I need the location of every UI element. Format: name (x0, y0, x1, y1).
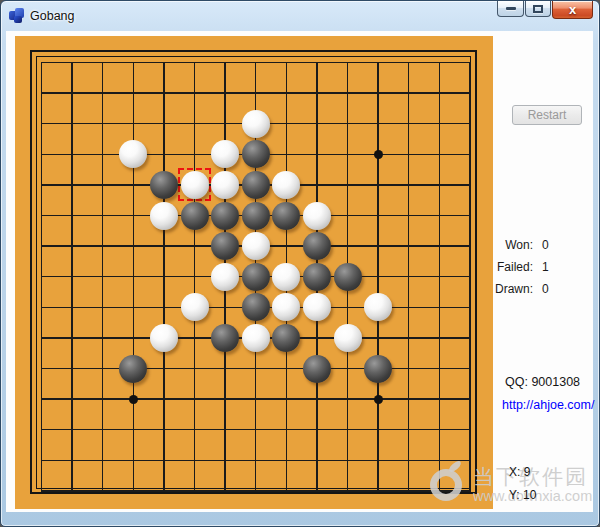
stone-black (150, 171, 178, 199)
stat-row-drawn: Drawn: 0 (466, 282, 558, 296)
stone-white (119, 140, 147, 168)
failed-label: Failed: (466, 260, 533, 274)
close-button[interactable]: x (552, 1, 593, 19)
stone-white (303, 202, 331, 230)
stone-white (181, 293, 209, 321)
drawn-label: Drawn: (466, 282, 533, 296)
grid-line-v (408, 62, 410, 492)
grid-line-v (439, 62, 441, 492)
stone-black (364, 355, 392, 383)
title-bar[interactable]: Gobang x (1, 1, 599, 31)
qq-contact: QQ: 9001308 (505, 375, 580, 389)
close-icon: x (569, 3, 576, 16)
failed-value: 1 (542, 260, 558, 274)
grid-line-v (469, 62, 471, 492)
stone-black (211, 202, 239, 230)
stone-black (242, 140, 270, 168)
stone-white (181, 171, 209, 199)
stone-black (303, 232, 331, 260)
stone-white (364, 293, 392, 321)
board-panel (15, 36, 493, 509)
stone-black (242, 293, 270, 321)
stone-black (242, 171, 270, 199)
won-value: 0 (542, 238, 558, 252)
stone-white (242, 232, 270, 260)
app-icon (9, 8, 25, 24)
cursor-x-readout: X: 9 (509, 465, 530, 479)
stone-black (303, 355, 331, 383)
stone-black (211, 232, 239, 260)
grid-line-h (41, 429, 471, 431)
stone-black (119, 355, 147, 383)
drawn-value: 0 (542, 282, 558, 296)
stone-white (303, 293, 331, 321)
stone-white (211, 140, 239, 168)
grid-line-v (377, 62, 379, 492)
star-point (374, 395, 383, 404)
author-link[interactable]: http://ahjoe.com/ (502, 398, 594, 412)
stone-white (272, 293, 300, 321)
grid-line-h (41, 398, 471, 400)
stat-row-failed: Failed: 1 (466, 260, 558, 274)
stone-white (211, 263, 239, 291)
app-window: Gobang x Restart Won: 0 Failed: 1 (0, 0, 600, 527)
client-area: Restart Won: 0 Failed: 1 Drawn: 0 QQ: 90… (6, 31, 593, 512)
stone-white (242, 110, 270, 138)
minimize-button[interactable] (497, 1, 524, 17)
stone-white (150, 324, 178, 352)
stone-white (334, 324, 362, 352)
stone-black (242, 202, 270, 230)
stone-black (181, 202, 209, 230)
stone-black (272, 324, 300, 352)
minimize-icon (506, 7, 516, 10)
stone-white (272, 263, 300, 291)
maximize-icon (533, 5, 543, 13)
stone-black (242, 263, 270, 291)
window-title: Gobang (30, 9, 74, 23)
stone-black (272, 202, 300, 230)
grid-line-h (41, 490, 471, 492)
maximize-button[interactable] (525, 1, 551, 17)
star-point (129, 395, 138, 404)
stone-white (211, 171, 239, 199)
stone-black (303, 263, 331, 291)
won-label: Won: (466, 238, 533, 252)
stone-white (150, 202, 178, 230)
grid-line-h (41, 368, 471, 370)
board-grid[interactable] (32, 52, 475, 492)
stone-black (211, 324, 239, 352)
restart-button[interactable]: Restart (512, 105, 582, 125)
stat-row-won: Won: 0 (466, 238, 558, 252)
stone-black (334, 263, 362, 291)
stone-white (272, 171, 300, 199)
restart-label: Restart (528, 108, 567, 122)
board-frame (30, 50, 477, 494)
star-point (374, 150, 383, 159)
stone-white (242, 324, 270, 352)
grid-line-h (41, 460, 471, 462)
cursor-y-readout: Y: 10 (509, 488, 536, 502)
